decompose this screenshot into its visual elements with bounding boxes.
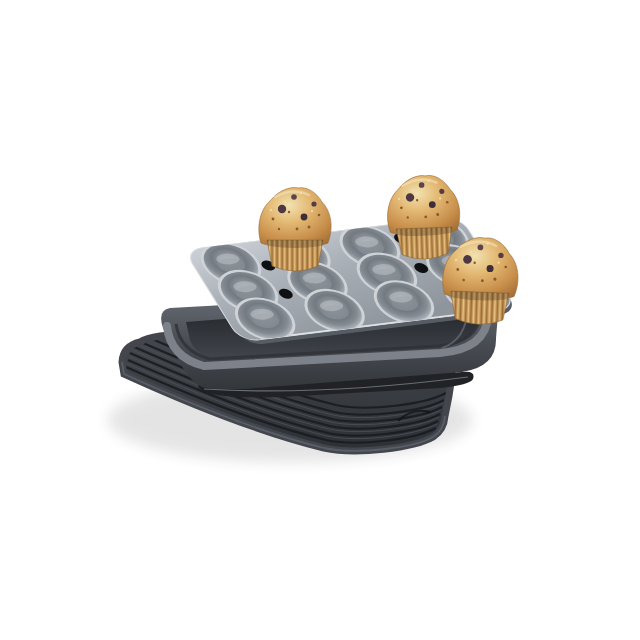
- bakeware-scene: [0, 0, 640, 640]
- bakeware-product-photo: [0, 0, 640, 640]
